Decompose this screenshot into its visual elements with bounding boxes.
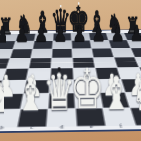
board-square[interactable]: [52, 41, 72, 49]
board-square[interactable]: [31, 49, 53, 58]
board-square[interactable]: [13, 41, 34, 49]
chess-board[interactable]: abcdefgh12345678 ♜♞♝♛♚♝♞♜♟♟♟♟♟♟♟♟♟♟♟♟♟♟♟…: [0, 30, 141, 134]
board-square[interactable]: [124, 33, 141, 40]
board-square[interactable]: [10, 49, 33, 58]
scene: abcdefgh12345678 ♜♞♝♛♚♝♞♜♟♟♟♟♟♟♟♟♟♟♟♟♟♟♟…: [0, 0, 141, 141]
chess-piece-white-bishop[interactable]: ♝: [100, 71, 131, 117]
board-square[interactable]: [33, 41, 53, 49]
board-square[interactable]: [90, 40, 111, 48]
chess-piece-white-knight[interactable]: ♞: [0, 78, 15, 119]
board-square[interactable]: [52, 49, 73, 58]
photo-frame: abcdefgh12345678 ♜♞♝♛♚♝♞♜♟♟♟♟♟♟♟♟♟♟♟♟♟♟♟…: [0, 0, 141, 141]
white-queen-dark-finial: [57, 67, 60, 71]
board-square[interactable]: [127, 40, 141, 48]
black-piece-white-finial: [59, 5, 61, 7]
black-piece-white-finial: [77, 2, 79, 4]
board-square[interactable]: [72, 48, 93, 57]
chess-piece-white-knight[interactable]: ♞: [131, 76, 141, 116]
board-square[interactable]: [71, 40, 91, 48]
